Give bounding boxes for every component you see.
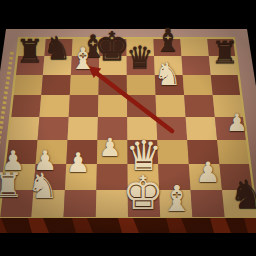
square-h6[interactable]: [211, 75, 242, 95]
square-g8[interactable]: [180, 38, 209, 56]
square-a5[interactable]: [10, 95, 41, 117]
piece-white-pawn-c2[interactable]: ♟: [66, 149, 90, 176]
square-d5[interactable]: [98, 95, 127, 117]
piece-black-queen-e7[interactable]: ♛: [126, 42, 154, 73]
square-c1[interactable]: [64, 190, 97, 218]
piece-white-king-e1[interactable]: ♚: [122, 170, 163, 216]
chess-3d-scene: ♝♝♞♚♜♜♛♝♞♟♟♟♟♛♟♟♜♞♞♚♝: [0, 0, 256, 256]
square-e6[interactable]: [127, 75, 156, 95]
piece-white-knight-f6[interactable]: ♞: [154, 59, 182, 90]
square-g6[interactable]: [183, 75, 213, 95]
square-b4[interactable]: [38, 117, 69, 140]
square-b5[interactable]: [39, 95, 69, 117]
piece-black-rook-a8[interactable]: ♜: [16, 35, 45, 67]
piece-black-king-d8[interactable]: ♚: [94, 26, 130, 66]
square-g5[interactable]: [184, 95, 215, 117]
piece-white-bishop-f1[interactable]: ♝: [161, 181, 193, 217]
square-g7[interactable]: [181, 56, 210, 75]
piece-white-bishop-c7[interactable]: ♝: [70, 44, 97, 74]
piece-white-pawn-g2[interactable]: ♟: [195, 159, 220, 187]
square-g4[interactable]: [186, 117, 217, 140]
square-c5[interactable]: [69, 95, 99, 117]
piece-black-bishop-f8[interactable]: ♝: [154, 25, 182, 56]
square-f5[interactable]: [156, 95, 186, 117]
piece-white-pawn-d3[interactable]: ♟: [99, 135, 121, 160]
piece-black-rook-h8[interactable]: ♜: [211, 37, 239, 68]
square-c6[interactable]: [70, 75, 99, 95]
square-g1[interactable]: [191, 190, 225, 218]
square-c4[interactable]: [68, 117, 98, 140]
square-b6[interactable]: [41, 75, 71, 95]
square-h3[interactable]: [217, 140, 250, 164]
piece-white-pawn-h4[interactable]: ♟: [226, 111, 248, 135]
piece-black-knight-h1[interactable]: ♞: [229, 174, 256, 214]
piece-white-rook-a1[interactable]: ♜: [0, 168, 23, 202]
square-a4[interactable]: [8, 117, 40, 140]
square-a6[interactable]: [13, 75, 43, 95]
piece-black-knight-b8[interactable]: ♞: [43, 32, 72, 64]
piece-white-knight-b1[interactable]: ♞: [27, 169, 58, 204]
